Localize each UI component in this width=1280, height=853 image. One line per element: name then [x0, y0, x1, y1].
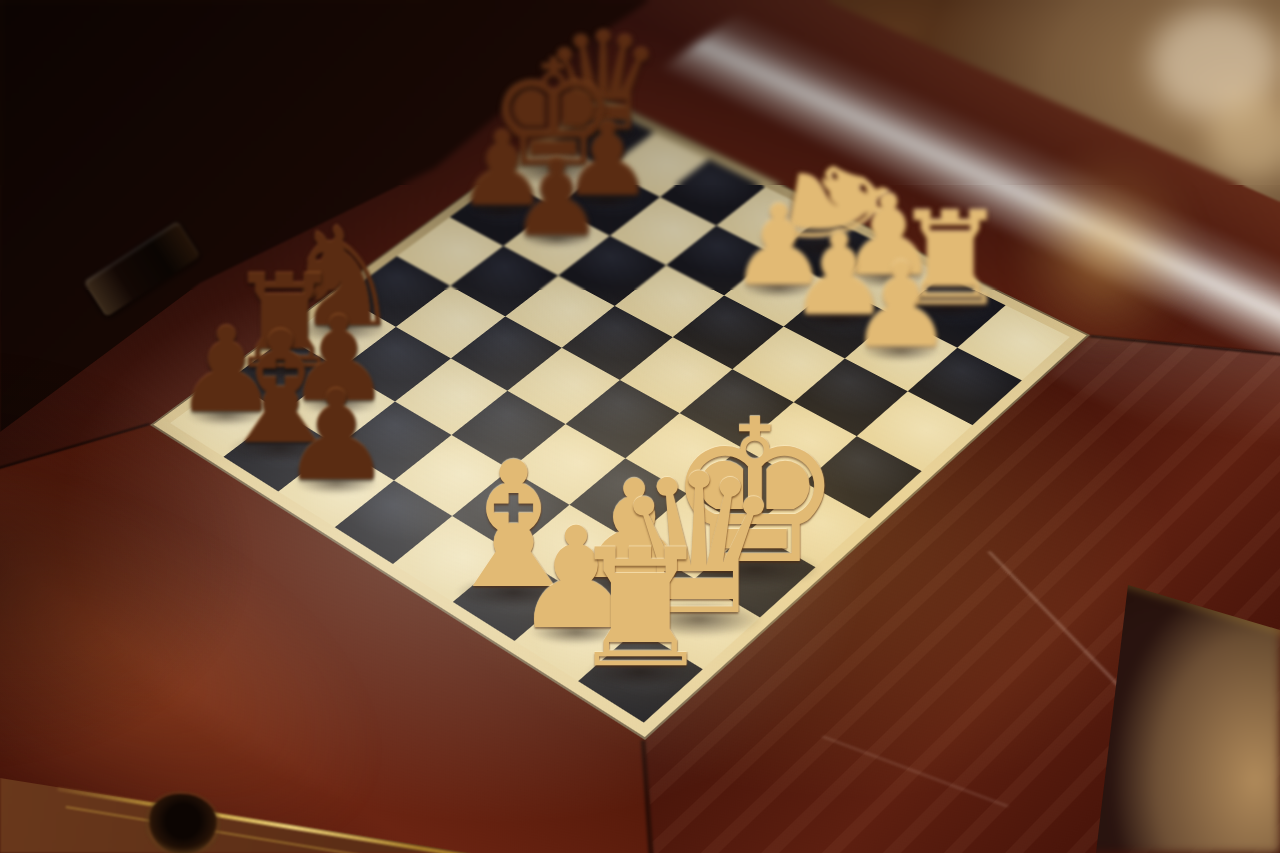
chess-table-photo: ♛♚♟♟♟♞♟♟♜♟♞♟♜♟♟♝♟♚♟♝♛♟♜: [0, 0, 1280, 853]
blur-overlay-far: [0, 0, 1280, 185]
blur-overlay-mid: [0, 185, 1280, 290]
keyhole-escutcheon: [148, 794, 218, 853]
